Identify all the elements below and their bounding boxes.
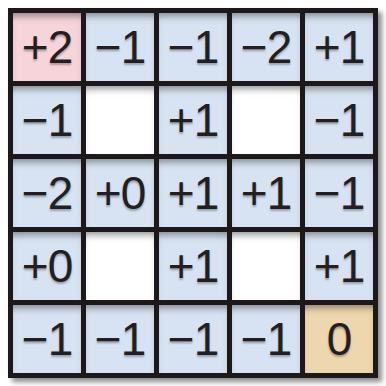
grid-cell-r3c3[interactable]: +1	[159, 159, 227, 227]
grid-cell-r5c4[interactable]: −1	[232, 305, 300, 373]
grid-cell-r1c3[interactable]: −1	[159, 13, 227, 81]
grid-cell-r3c2[interactable]: +0	[86, 159, 154, 227]
grid-cell-r5c5[interactable]: 0	[305, 305, 373, 373]
grid-cell-r4c3[interactable]: +1	[159, 232, 227, 300]
grid-cell-r5c3[interactable]: −1	[159, 305, 227, 373]
grid-cell-r1c1[interactable]: +2	[13, 13, 81, 81]
grid-cell-r1c2[interactable]: −1	[86, 13, 154, 81]
grid-cell-r4c1[interactable]: +0	[13, 232, 81, 300]
grid-cell-r5c2[interactable]: −1	[86, 305, 154, 373]
grid-cell-r2c4[interactable]	[232, 86, 300, 154]
grid-cell-r2c3[interactable]: +1	[159, 86, 227, 154]
grid-cell-r3c1[interactable]: −2	[13, 159, 81, 227]
grid-cell-r2c5[interactable]: −1	[305, 86, 373, 154]
grid-cell-r4c2[interactable]	[86, 232, 154, 300]
grid-cell-r4c4[interactable]	[232, 232, 300, 300]
grid-cell-r2c2[interactable]	[86, 86, 154, 154]
puzzle-board: +2−1−1−2+1−1+1−1−2+0+1+1−1+0+1+1−1−1−1−1…	[8, 8, 378, 378]
grid-cell-r2c1[interactable]: −1	[13, 86, 81, 154]
grid-cell-r5c1[interactable]: −1	[13, 305, 81, 373]
grid-cell-r3c5[interactable]: −1	[305, 159, 373, 227]
grid-cell-r3c4[interactable]: +1	[232, 159, 300, 227]
grid-cell-r4c5[interactable]: +1	[305, 232, 373, 300]
grid-cell-r1c4[interactable]: −2	[232, 13, 300, 81]
grid-cell-r1c5[interactable]: +1	[305, 13, 373, 81]
